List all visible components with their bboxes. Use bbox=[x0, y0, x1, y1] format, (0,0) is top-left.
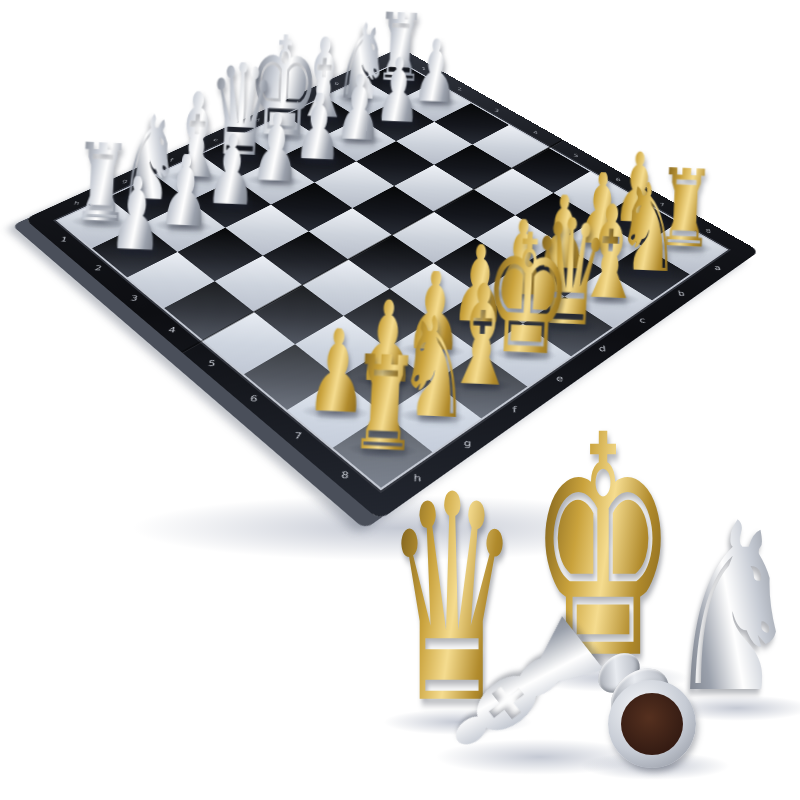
coord-label-c: c bbox=[639, 316, 646, 324]
coord-label-5: 5 bbox=[208, 359, 217, 368]
coord-label-5: 5 bbox=[574, 153, 579, 158]
coord-label-3: 3 bbox=[495, 108, 500, 113]
product-photo-scene: 12345678 12345678 abcdefgh abcdefgh ♜♟♟♜… bbox=[0, 0, 800, 800]
coord-label-e: e bbox=[213, 137, 219, 142]
coord-label-a: a bbox=[714, 264, 722, 271]
coord-label-6: 6 bbox=[250, 394, 259, 403]
coord-label-2: 2 bbox=[458, 87, 462, 91]
coord-label-6: 6 bbox=[616, 177, 622, 182]
coord-label-7: 7 bbox=[660, 202, 666, 207]
coord-label-2: 2 bbox=[95, 264, 104, 272]
coord-label-b: b bbox=[335, 82, 340, 86]
coord-label-3: 3 bbox=[131, 294, 140, 302]
coord-label-a: a bbox=[372, 64, 376, 68]
coord-label-g: g bbox=[122, 179, 128, 184]
coord-label-d: d bbox=[255, 118, 260, 123]
coord-label-1: 1 bbox=[422, 67, 426, 71]
coord-label-4: 4 bbox=[168, 326, 177, 334]
coord-label-b: b bbox=[677, 289, 685, 297]
pawn-base-rim bbox=[608, 680, 696, 768]
coord-label-h: h bbox=[74, 201, 81, 207]
coord-label-d: d bbox=[598, 344, 606, 352]
coord-label-f: f bbox=[169, 158, 173, 163]
coord-label-8: 8 bbox=[341, 470, 349, 480]
coord-label-1: 1 bbox=[60, 236, 69, 243]
coord-label-4: 4 bbox=[533, 130, 538, 135]
coord-label-8: 8 bbox=[705, 228, 711, 234]
coord-label-c: c bbox=[296, 99, 301, 103]
felt-pad bbox=[621, 693, 683, 755]
coord-label-f: f bbox=[512, 405, 517, 414]
coord-label-7: 7 bbox=[295, 431, 304, 441]
loose-silver-knight: ♞ bbox=[666, 519, 800, 700]
